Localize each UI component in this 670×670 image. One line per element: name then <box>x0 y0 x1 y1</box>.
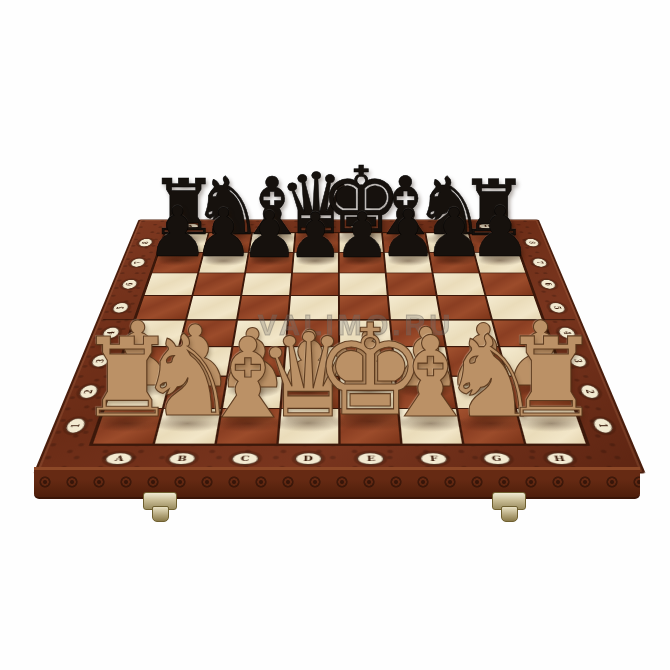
rank-label-left-7: 7 <box>129 258 147 267</box>
file-label-bottom-d: D <box>294 453 322 465</box>
left-clasp <box>143 492 177 510</box>
rank-label-right-6: 6 <box>539 279 558 289</box>
white-rook-h1[interactable]: ♜ <box>502 324 601 434</box>
file-label-bottom-a: A <box>104 453 135 465</box>
rank-label-left-6: 6 <box>120 279 139 289</box>
photo-scene: AA11BB22CC33DD44EE55FF66GG77HH88 VALIMO.… <box>0 0 670 670</box>
file-label-bottom-f: F <box>419 453 448 465</box>
file-label-bottom-e: E <box>357 453 385 465</box>
right-clasp <box>492 492 526 510</box>
black-pawn-h7[interactable]: ♟ <box>469 197 531 267</box>
file-label-bottom-g: G <box>482 453 512 465</box>
rank-label-right-7: 7 <box>531 258 549 267</box>
file-label-bottom-c: C <box>231 453 260 465</box>
box-side-panel <box>34 467 640 499</box>
file-label-bottom-b: B <box>167 453 197 465</box>
file-label-bottom-h: H <box>544 453 575 465</box>
